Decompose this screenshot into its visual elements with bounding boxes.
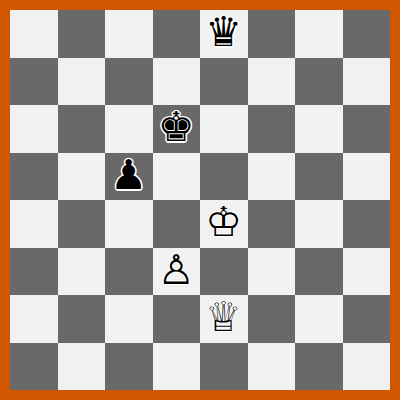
square-b3[interactable] — [58, 248, 106, 296]
square-h3[interactable] — [343, 248, 391, 296]
square-f7[interactable] — [248, 58, 296, 106]
square-c7[interactable] — [105, 58, 153, 106]
square-b7[interactable] — [58, 58, 106, 106]
square-d2[interactable] — [153, 295, 201, 343]
square-d8[interactable] — [153, 10, 201, 58]
square-a5[interactable] — [10, 153, 58, 201]
square-c2[interactable] — [105, 295, 153, 343]
square-a2[interactable] — [10, 295, 58, 343]
square-c4[interactable] — [105, 200, 153, 248]
square-g8[interactable] — [295, 10, 343, 58]
square-a3[interactable] — [10, 248, 58, 296]
square-b2[interactable] — [58, 295, 106, 343]
square-e2[interactable]: ♕ — [200, 295, 248, 343]
square-h5[interactable] — [343, 153, 391, 201]
square-a8[interactable] — [10, 10, 58, 58]
square-e5[interactable] — [200, 153, 248, 201]
square-d5[interactable] — [153, 153, 201, 201]
square-f5[interactable] — [248, 153, 296, 201]
square-g4[interactable] — [295, 200, 343, 248]
square-a6[interactable] — [10, 105, 58, 153]
square-d3[interactable]: ♙ — [153, 248, 201, 296]
square-h7[interactable] — [343, 58, 391, 106]
square-e1[interactable] — [200, 343, 248, 391]
square-c3[interactable] — [105, 248, 153, 296]
square-a4[interactable] — [10, 200, 58, 248]
square-f2[interactable] — [248, 295, 296, 343]
square-d7[interactable] — [153, 58, 201, 106]
square-f8[interactable] — [248, 10, 296, 58]
square-e4[interactable]: ♔ — [200, 200, 248, 248]
square-h4[interactable] — [343, 200, 391, 248]
square-c6[interactable] — [105, 105, 153, 153]
square-b6[interactable] — [58, 105, 106, 153]
square-g2[interactable] — [295, 295, 343, 343]
square-c5[interactable]: ♟ — [105, 153, 153, 201]
square-h6[interactable] — [343, 105, 391, 153]
square-g6[interactable] — [295, 105, 343, 153]
square-f4[interactable] — [248, 200, 296, 248]
square-c8[interactable] — [105, 10, 153, 58]
square-b4[interactable] — [58, 200, 106, 248]
square-h8[interactable] — [343, 10, 391, 58]
square-f3[interactable] — [248, 248, 296, 296]
square-d1[interactable] — [153, 343, 201, 391]
piece-black-pawn[interactable]: ♟ — [110, 155, 147, 196]
square-d4[interactable] — [153, 200, 201, 248]
square-a1[interactable] — [10, 343, 58, 391]
square-f1[interactable] — [248, 343, 296, 391]
square-h2[interactable] — [343, 295, 391, 343]
square-g3[interactable] — [295, 248, 343, 296]
square-g1[interactable] — [295, 343, 343, 391]
square-g7[interactable] — [295, 58, 343, 106]
square-c1[interactable] — [105, 343, 153, 391]
piece-black-king[interactable]: ♚ — [158, 107, 195, 148]
square-b8[interactable] — [58, 10, 106, 58]
square-d6[interactable]: ♚ — [153, 105, 201, 153]
piece-white-pawn[interactable]: ♙ — [158, 250, 195, 291]
piece-white-king[interactable]: ♔ — [205, 202, 242, 243]
square-f6[interactable] — [248, 105, 296, 153]
chess-board: ♛♚♟♔♙♕ — [10, 10, 390, 390]
square-e6[interactable] — [200, 105, 248, 153]
board-frame: ♛♚♟♔♙♕ — [0, 0, 400, 400]
square-g5[interactable] — [295, 153, 343, 201]
square-a7[interactable] — [10, 58, 58, 106]
square-e8[interactable]: ♛ — [200, 10, 248, 58]
piece-white-queen[interactable]: ♕ — [205, 297, 242, 338]
square-e7[interactable] — [200, 58, 248, 106]
square-h1[interactable] — [343, 343, 391, 391]
square-b5[interactable] — [58, 153, 106, 201]
square-b1[interactable] — [58, 343, 106, 391]
square-e3[interactable] — [200, 248, 248, 296]
piece-black-queen[interactable]: ♛ — [205, 12, 242, 53]
